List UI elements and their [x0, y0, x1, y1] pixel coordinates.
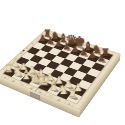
square-h7: ♟ [96, 57, 109, 65]
piece-white-rook: ♜ [64, 89, 82, 100]
product-photo-scene: abcdefgh 12345678 ♜♞♝♛♚♝♞♜♟♟♟♟♟♟♟♟♟♟♟♟♟♟… [0, 0, 125, 125]
piece-black-pawn: ♟ [94, 54, 110, 63]
